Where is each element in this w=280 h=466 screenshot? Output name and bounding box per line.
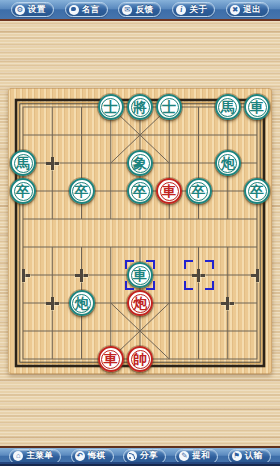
piece-glyph: 炮 [75,296,89,310]
piece-glyph: 象 [133,156,147,170]
piece-black-車[interactable]: 車 [244,94,270,120]
piece-glyph: 卒 [192,184,206,198]
piece-black-馬[interactable]: 馬 [215,94,241,120]
piece-black-炮[interactable]: 炮 [215,150,241,176]
piece-red-帥[interactable]: 帥 [127,346,153,372]
piece-black-炮[interactable]: 炮 [69,290,95,316]
button-label: 关于 [189,4,207,16]
point-marker [46,157,59,170]
piece-glyph: 帥 [133,352,147,366]
piece-glyph: 車 [250,100,264,114]
share-icon [127,451,137,461]
feedback-button[interactable]: ✉反馈 [118,2,161,17]
board-grid [8,88,272,374]
button-label: 反馈 [135,4,153,16]
piece-black-士[interactable]: 士 [98,94,124,120]
piece-black-卒[interactable]: 卒 [127,178,153,204]
piece-glyph: 馬 [16,156,30,170]
point-marker [192,269,205,282]
piece-black-卒[interactable]: 卒 [10,178,36,204]
button-label: 悔棋 [88,450,106,462]
piece-black-象[interactable]: 象 [127,150,153,176]
piece-glyph: 卒 [75,184,89,198]
settings-button[interactable]: ⚙设置 [11,2,54,17]
button-label: 退出 [243,4,261,16]
piece-black-車[interactable]: 車 [127,262,153,288]
piece-black-卒[interactable]: 卒 [186,178,212,204]
button-label: 主菜单 [26,450,53,462]
piece-glyph: 車 [104,352,118,366]
flag-icon: ⚑ [232,451,242,461]
point-marker [17,269,30,282]
button-label: 名言 [82,4,100,16]
gear-icon: ⚙ [15,5,25,15]
piece-glyph: 炮 [133,296,147,310]
piece-black-將[interactable]: 將 [127,94,153,120]
piece-red-炮[interactable]: 炮 [127,290,153,316]
point-marker [251,269,264,282]
xiangqi-board: 士將士馬車馬象炮卒卒卒車卒卒車炮炮車帥 [8,88,272,374]
piece-black-卒[interactable]: 卒 [244,178,270,204]
button-label: 提和 [192,450,210,462]
piece-black-卒[interactable]: 卒 [69,178,95,204]
button-label: 设置 [28,4,46,16]
piece-red-車[interactable]: 車 [98,346,124,372]
piece-black-馬[interactable]: 馬 [10,150,36,176]
close-icon: ✖ [230,5,240,15]
point-marker [221,297,234,310]
piece-glyph: 卒 [16,184,30,198]
pencil-icon: ✎ [179,451,189,461]
info-icon: i [176,5,186,15]
point-marker [46,297,59,310]
exit-button[interactable]: ✖退出 [226,2,269,17]
piece-glyph: 卒 [250,184,264,198]
piece-glyph: 士 [104,100,118,114]
undo-icon: ↶ [75,451,85,461]
home-icon: ⌂ [13,451,23,461]
envelope-icon: ✉ [122,5,132,15]
piece-glyph: 卒 [133,184,147,198]
piece-glyph: 士 [162,100,176,114]
speech-bubble-icon [69,5,79,15]
xiangqi-app: ⚙设置名言✉反馈i关于✖退出 [0,0,280,466]
piece-glyph: 車 [133,268,147,282]
piece-glyph: 將 [133,100,147,114]
button-label: 认输 [245,450,263,462]
about-button[interactable]: i关于 [172,2,215,17]
button-label: 分享 [140,450,158,462]
quotes-button[interactable]: 名言 [65,2,108,17]
piece-glyph: 車 [162,184,176,198]
piece-glyph: 馬 [221,100,235,114]
piece-glyph: 炮 [221,156,235,170]
point-marker [75,269,88,282]
top-toolbar: ⚙设置名言✉反馈i关于✖退出 [0,0,280,21]
